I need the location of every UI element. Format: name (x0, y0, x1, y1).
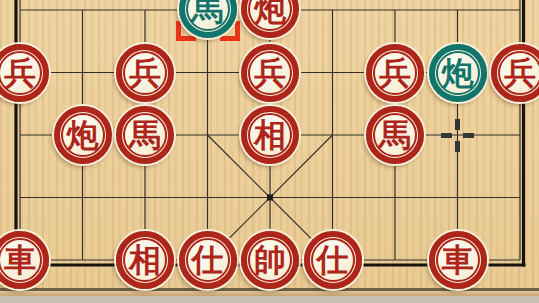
piece-red-advisor[interactable]: 仕 (179, 231, 237, 289)
piece-red-elephant[interactable]: 相 (241, 106, 299, 164)
piece-red-elephant[interactable]: 相 (116, 231, 174, 289)
piece-glyph: 馬 (192, 0, 224, 25)
piece-glyph: 車 (4, 244, 36, 276)
piece-red-chariot[interactable]: 車 (0, 231, 49, 289)
piece-glyph: 馬 (379, 119, 411, 151)
crosshair-arm-n (455, 119, 460, 130)
piece-red-general[interactable]: 帥 (241, 231, 299, 289)
piece-red-soldier[interactable]: 兵 (491, 44, 539, 102)
table-background (0, 296, 539, 303)
crosshair-arm-e (463, 133, 474, 138)
piece-glyph: 帥 (254, 244, 286, 276)
piece-red-soldier[interactable]: 兵 (116, 44, 174, 102)
piece-red-chariot[interactable]: 車 (429, 231, 487, 289)
piece-glyph: 炮 (67, 119, 99, 151)
crosshair-arm-s (455, 141, 460, 152)
piece-red-cannon[interactable]: 炮 (54, 106, 112, 164)
piece-red-soldier[interactable]: 兵 (241, 44, 299, 102)
crosshair-arm-w (441, 133, 452, 138)
piece-red-soldier[interactable]: 兵 (0, 44, 49, 102)
piece-red-cannon[interactable]: 炮 (241, 0, 299, 38)
piece-glyph: 仕 (317, 244, 349, 276)
piece-glyph: 馬 (129, 119, 161, 151)
piece-glyph: 炮 (254, 0, 286, 25)
piece-red-soldier[interactable]: 兵 (366, 44, 424, 102)
piece-glyph: 兵 (4, 57, 36, 89)
piece-red-horse[interactable]: 馬 (116, 106, 174, 164)
piece-red-advisor[interactable]: 仕 (304, 231, 362, 289)
position-cursor-crosshair (441, 119, 474, 152)
xiangqi-board[interactable]: 馬炮兵兵兵兵炮兵炮馬相馬車相仕帥仕車 (0, 0, 539, 303)
piece-layer: 馬炮兵兵兵兵炮兵炮馬相馬車相仕帥仕車 (0, 0, 539, 291)
piece-glyph: 炮 (442, 57, 474, 89)
piece-glyph: 兵 (504, 57, 536, 89)
piece-black-cannon[interactable]: 炮 (429, 44, 487, 102)
piece-glyph: 車 (442, 244, 474, 276)
piece-glyph: 兵 (254, 57, 286, 89)
piece-red-horse[interactable]: 馬 (366, 106, 424, 164)
piece-glyph: 相 (129, 244, 161, 276)
piece-glyph: 相 (254, 119, 286, 151)
piece-glyph: 仕 (192, 244, 224, 276)
piece-glyph: 兵 (379, 57, 411, 89)
piece-glyph: 兵 (129, 57, 161, 89)
